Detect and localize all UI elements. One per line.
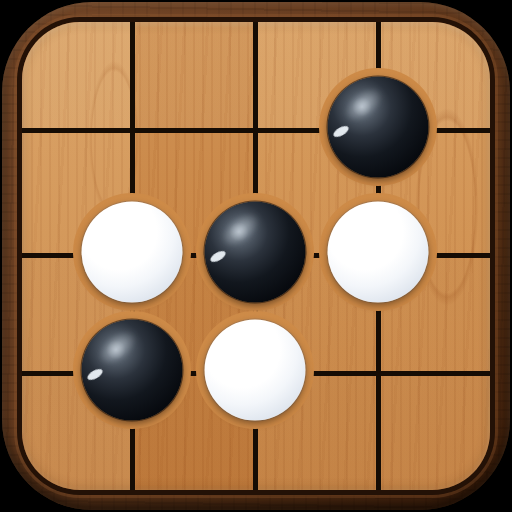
stone-black[interactable]: ● (82, 320, 183, 421)
white-stone-glyph: ○ (82, 202, 183, 303)
go-board: ●○●○●○ (22, 22, 490, 490)
stone-black[interactable]: ● (328, 77, 429, 178)
stone-white[interactable]: ○ (205, 320, 306, 421)
stones-layer: ●○●○●○ (22, 22, 490, 490)
black-stone-glyph: ● (82, 320, 183, 421)
stone-black[interactable]: ● (205, 202, 306, 303)
white-stone-glyph: ○ (328, 202, 429, 303)
stone-white[interactable]: ○ (82, 202, 183, 303)
gomoku-app-icon[interactable]: ●○●○●○ (2, 2, 510, 510)
black-stone-glyph: ● (205, 202, 306, 303)
white-stone-glyph: ○ (205, 320, 306, 421)
icon-background: ●○●○●○ (0, 0, 512, 512)
stone-white[interactable]: ○ (328, 202, 429, 303)
black-stone-glyph: ● (328, 77, 429, 178)
